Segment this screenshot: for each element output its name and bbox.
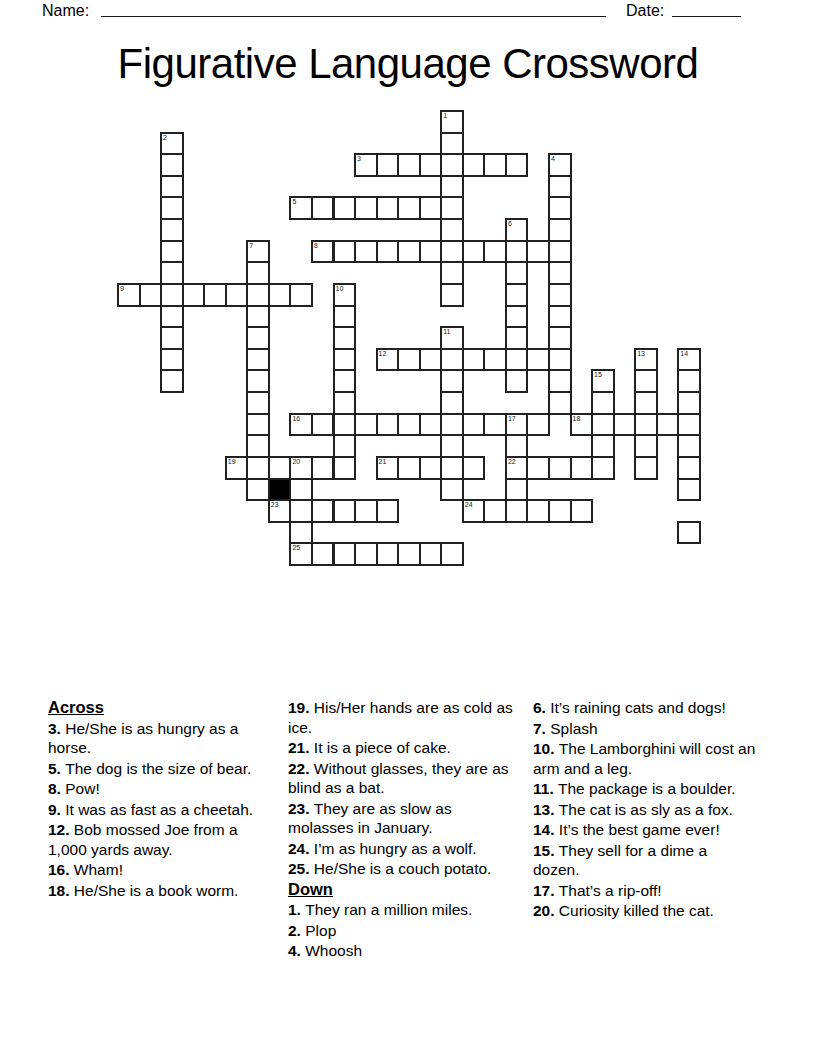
grid-cell[interactable]: 10 [333, 283, 357, 307]
grid-cell[interactable]: 22 [505, 456, 529, 480]
grid-cell[interactable]: 14 [677, 348, 701, 372]
clue-item: 23. They are as slow as molasses in Janu… [288, 799, 513, 838]
grid-cell[interactable] [548, 218, 572, 242]
grid-cell[interactable] [333, 542, 357, 566]
grid-cell[interactable] [548, 261, 572, 285]
grid-cell[interactable] [182, 283, 206, 307]
grid-cell[interactable]: 4 [548, 153, 572, 177]
grid-cell[interactable] [333, 413, 357, 437]
cell-number: 17 [508, 415, 516, 423]
grid-cell[interactable] [160, 283, 184, 307]
grid-cell[interactable] [440, 175, 464, 199]
grid-cell[interactable] [289, 499, 313, 523]
grid-cell[interactable] [483, 240, 507, 264]
clue-number: 21. [288, 739, 314, 756]
clue-number: 6. [533, 699, 550, 716]
grid-cell[interactable] [333, 196, 357, 220]
grid-cell[interactable] [483, 153, 507, 177]
clue-text: Plop [305, 922, 336, 939]
grid-cell[interactable] [526, 348, 550, 372]
grid-cell[interactable] [440, 542, 464, 566]
grid-cell[interactable] [440, 478, 464, 502]
grid-cell[interactable] [311, 413, 335, 437]
clue-number: 24. [288, 840, 314, 857]
cell-number: 1 [443, 112, 447, 120]
grid-cell[interactable] [246, 391, 270, 415]
grid-cell[interactable] [634, 391, 658, 415]
grid-cell[interactable] [246, 283, 270, 307]
cell-number: 10 [336, 285, 344, 293]
clue-text: He/She is a couch potato. [314, 860, 492, 877]
grid-cell[interactable] [613, 413, 637, 437]
grid-cell[interactable] [333, 305, 357, 329]
grid-cell[interactable] [419, 196, 443, 220]
clue-number: 4. [288, 942, 305, 959]
black-cell [268, 478, 292, 502]
grid-cell[interactable]: 13 [634, 348, 658, 372]
clue-heading-down: Down [288, 880, 513, 900]
cell-number: 16 [292, 415, 300, 423]
grid-cell[interactable] [397, 348, 421, 372]
grid-cell[interactable]: 21 [376, 456, 400, 480]
grid-cell[interactable] [354, 413, 378, 437]
clue-text: They ran a million miles. [305, 901, 472, 918]
grid-cell[interactable] [354, 240, 378, 264]
clue-text: The dog is the size of bear. [65, 760, 251, 777]
grid-cell[interactable] [311, 456, 335, 480]
clue-item: 17. That’s a rip-off! [533, 881, 757, 901]
name-label: Name: [42, 1, 89, 20]
page-title: Figurative Language Crossword [0, 40, 816, 88]
clue-number: 20. [533, 902, 559, 919]
grid-cell[interactable] [419, 153, 443, 177]
cell-number: 7 [249, 242, 253, 250]
cell-number: 2 [163, 134, 167, 142]
grid-cell[interactable] [526, 499, 550, 523]
grid-cell[interactable] [591, 391, 615, 415]
grid-cell[interactable] [548, 305, 572, 329]
clue-column-2: 19. His/Her hands are as cold as ice.21.… [288, 698, 513, 962]
grid-cell[interactable] [440, 456, 464, 480]
clue-text: Curiosity killed the cat. [559, 902, 714, 919]
grid-cell[interactable] [419, 240, 443, 264]
grid-cell[interactable] [483, 499, 507, 523]
grid-cell[interactable] [246, 434, 270, 458]
grid-cell[interactable] [505, 478, 529, 502]
clue-number: 25. [288, 860, 314, 877]
grid-cell[interactable] [376, 413, 400, 437]
grid-cell[interactable] [246, 369, 270, 393]
grid-cell[interactable] [677, 413, 701, 437]
clue-item: 9. It was as fast as a cheetah. [48, 800, 263, 820]
grid-cell[interactable] [548, 369, 572, 393]
grid-cell[interactable]: 17 [505, 413, 529, 437]
clue-number: 2. [288, 922, 305, 939]
clue-item: 1. They ran a million miles. [288, 900, 513, 920]
grid-cell[interactable] [397, 542, 421, 566]
grid-cell[interactable] [333, 348, 357, 372]
grid-cell[interactable]: 12 [376, 348, 400, 372]
clue-number: 11. [533, 780, 558, 797]
grid-cell[interactable] [160, 261, 184, 285]
grid-cell[interactable] [268, 283, 292, 307]
grid-cell[interactable] [462, 413, 486, 437]
grid-cell[interactable] [526, 456, 550, 480]
cell-number: 21 [379, 458, 387, 466]
clue-item: 20. Curiosity killed the cat. [533, 901, 757, 921]
grid-cell[interactable]: 5 [289, 196, 313, 220]
grid-cell[interactable] [160, 326, 184, 350]
clue-item: 15. They sell for a dime a dozen. [533, 841, 757, 880]
grid-cell[interactable] [440, 261, 464, 285]
clue-number: 16. [48, 861, 74, 878]
clue-text: Splash [550, 720, 597, 737]
grid-cell[interactable]: 7 [246, 240, 270, 264]
grid-cell[interactable] [440, 283, 464, 307]
grid-cell[interactable] [160, 369, 184, 393]
grid-cell[interactable] [354, 196, 378, 220]
grid-cell[interactable] [440, 132, 464, 156]
grid-cell[interactable] [548, 196, 572, 220]
grid-cell[interactable]: 19 [225, 456, 249, 480]
clue-item: 11. The package is a boulder. [533, 779, 757, 799]
grid-cell[interactable] [246, 261, 270, 285]
grid-cell[interactable]: 25 [289, 542, 313, 566]
clue-number: 14. [533, 821, 559, 838]
grid-cell[interactable] [591, 413, 615, 437]
clue-item: 22. Without glasses, they are as blind a… [288, 759, 513, 798]
grid-cell[interactable] [634, 369, 658, 393]
grid-cell[interactable] [526, 413, 550, 437]
cell-number: 6 [508, 220, 512, 228]
clue-text: The cat is as sly as a fox. [559, 801, 733, 818]
clue-number: 5. [48, 760, 65, 777]
clue-text: He/She is a book worm. [74, 882, 239, 899]
cell-number: 20 [292, 458, 300, 466]
clue-text: Whoosh [305, 942, 362, 959]
clue-item: 7. Splash [533, 719, 757, 739]
grid-cell[interactable]: 20 [289, 456, 313, 480]
cell-number: 15 [594, 371, 602, 379]
clue-number: 7. [533, 720, 550, 737]
cell-number: 14 [680, 350, 688, 358]
grid-cell[interactable] [548, 348, 572, 372]
clue-text: They sell for a dime a dozen. [533, 842, 707, 879]
grid-cell[interactable] [483, 413, 507, 437]
grid-cell[interactable] [268, 456, 292, 480]
clue-text: It’s the best game ever! [559, 821, 720, 838]
grid-cell[interactable] [246, 348, 270, 372]
grid-cell[interactable] [505, 261, 529, 285]
clue-number: 8. [48, 780, 65, 797]
clue-item: 18. He/She is a book worm. [48, 881, 263, 901]
clue-number: 9. [48, 801, 65, 818]
clue-number: 17. [533, 882, 559, 899]
clue-number: 15. [533, 842, 559, 859]
grid-cell[interactable] [677, 456, 701, 480]
clue-item: 25. He/She is a couch potato. [288, 859, 513, 879]
grid-cell[interactable] [289, 283, 313, 307]
clue-text: He/She is as hungry as a horse. [48, 720, 238, 757]
grid-cell[interactable] [634, 456, 658, 480]
cell-number: 3 [357, 155, 361, 163]
cell-number: 18 [573, 415, 581, 423]
grid-cell[interactable]: 23 [268, 499, 292, 523]
cell-number: 12 [379, 350, 387, 358]
grid-cell[interactable] [419, 456, 443, 480]
grid-cell[interactable] [203, 283, 227, 307]
date-blank-line[interactable] [672, 16, 741, 17]
grid-cell[interactable] [440, 434, 464, 458]
grid-cell[interactable] [246, 305, 270, 329]
grid-cell[interactable] [483, 348, 507, 372]
grid-cell[interactable] [440, 196, 464, 220]
grid-cell[interactable] [160, 218, 184, 242]
grid-cell[interactable] [311, 499, 335, 523]
clue-number: 1. [288, 901, 305, 918]
clue-number: 18. [48, 882, 74, 899]
grid-cell[interactable] [505, 499, 529, 523]
grid-cell[interactable] [548, 240, 572, 264]
grid-cell[interactable] [505, 153, 529, 177]
grid-cell[interactable] [333, 391, 357, 415]
cell-number: 5 [292, 198, 296, 206]
clue-number: 22. [288, 760, 314, 777]
grid-cell[interactable] [440, 391, 464, 415]
grid-cell[interactable] [311, 542, 335, 566]
grid-cell[interactable] [570, 499, 594, 523]
grid-cell[interactable] [440, 240, 464, 264]
clue-text: I’m as hungry as a wolf. [314, 840, 477, 857]
clue-number: 12. [48, 821, 74, 838]
date-label: Date: [626, 1, 664, 20]
grid-cell[interactable] [548, 391, 572, 415]
clue-item: 8. Pow! [48, 779, 263, 799]
grid-cell[interactable] [225, 283, 249, 307]
clue-text: Without glasses, they are as blind as a … [288, 760, 509, 797]
clue-item: 19. His/Her hands are as cold as ice. [288, 698, 513, 737]
grid-cell[interactable] [354, 542, 378, 566]
grid-cell[interactable] [376, 499, 400, 523]
worksheet-page: Name: Date: Figurative Language Crosswor… [0, 0, 816, 1056]
clue-number: 23. [288, 800, 314, 817]
cell-number: 25 [292, 544, 300, 552]
grid-cell[interactable]: 16 [289, 413, 313, 437]
cell-number: 22 [508, 458, 516, 466]
clue-item: 21. It is a piece of cake. [288, 738, 513, 758]
cell-number: 13 [637, 350, 645, 358]
grid-cell[interactable] [419, 348, 443, 372]
grid-cell[interactable] [526, 240, 550, 264]
grid-cell[interactable] [139, 283, 163, 307]
grid-cell[interactable] [376, 542, 400, 566]
clue-number: 3. [48, 720, 65, 737]
grid-cell[interactable] [419, 413, 443, 437]
grid-cell[interactable] [376, 153, 400, 177]
clue-number: 19. [288, 699, 314, 716]
clue-text: The package is a boulder. [558, 780, 736, 797]
grid-cell[interactable] [440, 413, 464, 437]
grid-cell[interactable] [505, 434, 529, 458]
clue-text: Bob mossed Joe from a 1,000 yards away. [48, 821, 238, 858]
grid-cell[interactable] [505, 369, 529, 393]
grid-cell[interactable] [397, 413, 421, 437]
grid-cell[interactable]: 2 [160, 132, 184, 156]
clue-item: 12. Bob mossed Joe from a 1,000 yards aw… [48, 820, 263, 859]
grid-cell[interactable] [591, 434, 615, 458]
grid-cell[interactable]: 1 [440, 110, 464, 134]
clue-column-1: Across3. He/She is as hungry as a horse.… [48, 698, 263, 901]
grid-cell[interactable] [246, 413, 270, 437]
grid-cell[interactable] [333, 456, 357, 480]
cell-number: 4 [551, 155, 555, 163]
grid-cell[interactable]: 3 [354, 153, 378, 177]
grid-cell[interactable] [333, 369, 357, 393]
grid-cell[interactable] [505, 348, 529, 372]
grid-cell[interactable] [354, 499, 378, 523]
clue-text: That’s a rip-off! [559, 882, 662, 899]
grid-cell[interactable] [656, 413, 680, 437]
grid-cell[interactable] [634, 413, 658, 437]
grid-cell[interactable] [591, 456, 615, 480]
grid-cell[interactable] [311, 196, 335, 220]
grid-cell[interactable] [505, 305, 529, 329]
clue-item: 14. It’s the best game ever! [533, 820, 757, 840]
grid-cell[interactable] [440, 153, 464, 177]
grid-cell[interactable] [333, 499, 357, 523]
grid-cell[interactable] [397, 240, 421, 264]
grid-cell[interactable] [333, 434, 357, 458]
grid-cell[interactable] [462, 240, 486, 264]
grid-cell[interactable] [505, 240, 529, 264]
grid-cell[interactable] [160, 196, 184, 220]
grid-cell[interactable]: 11 [440, 326, 464, 350]
grid-cell[interactable] [570, 456, 594, 480]
grid-cell[interactable] [397, 456, 421, 480]
grid-cell[interactable] [548, 326, 572, 350]
grid-cell[interactable] [462, 456, 486, 480]
grid-cell[interactable] [160, 175, 184, 199]
grid-cell[interactable]: 6 [505, 218, 529, 242]
grid-cell[interactable] [440, 348, 464, 372]
grid-cell[interactable] [548, 283, 572, 307]
cell-number: 19 [228, 458, 236, 466]
grid-cell[interactable] [505, 326, 529, 350]
cell-number: 8 [314, 242, 318, 250]
grid-cell[interactable]: 9 [117, 283, 141, 307]
grid-cell[interactable] [548, 499, 572, 523]
grid-cell[interactable] [419, 542, 443, 566]
grid-cell[interactable] [677, 391, 701, 415]
grid-cell[interactable] [333, 240, 357, 264]
clue-text: Pow! [65, 780, 99, 797]
grid-cell[interactable] [289, 521, 313, 545]
grid-cell[interactable] [677, 478, 701, 502]
name-blank-line[interactable] [101, 16, 606, 17]
grid-cell[interactable] [160, 305, 184, 329]
grid-cell[interactable] [160, 240, 184, 264]
clue-item: 16. Wham! [48, 860, 263, 880]
clue-item: 2. Plop [288, 921, 513, 941]
grid-cell[interactable] [548, 456, 572, 480]
grid-cell[interactable] [548, 175, 572, 199]
grid-cell[interactable] [246, 326, 270, 350]
clue-heading-across: Across [48, 698, 263, 718]
cell-number: 11 [443, 328, 450, 336]
clue-number: 13. [533, 801, 559, 818]
cell-number: 24 [465, 501, 473, 509]
grid-cell[interactable] [397, 153, 421, 177]
clue-item: 13. The cat is as sly as a fox. [533, 800, 757, 820]
grid-cell[interactable] [677, 434, 701, 458]
grid-cell[interactable]: 8 [311, 240, 335, 264]
clue-item: 6. It’s raining cats and dogs! [533, 698, 757, 718]
clue-item: 10. The Lamborghini will cost an arm and… [533, 739, 757, 778]
clue-text: It’s raining cats and dogs! [550, 699, 726, 716]
grid-cell[interactable] [289, 478, 313, 502]
clue-column-3: 6. It’s raining cats and dogs!7. Splash1… [533, 698, 757, 922]
grid-cell[interactable] [462, 348, 486, 372]
grid-cell[interactable] [376, 196, 400, 220]
clue-text: It was as fast as a cheetah. [65, 801, 253, 818]
clue-text: Wham! [74, 861, 123, 878]
grid-cell[interactable] [677, 521, 701, 545]
clue-item: 24. I’m as hungry as a wolf. [288, 839, 513, 859]
clue-item: 4. Whoosh [288, 941, 513, 961]
grid-cell[interactable] [677, 369, 701, 393]
cell-number: 23 [271, 501, 279, 509]
grid-cell[interactable] [160, 348, 184, 372]
grid-cell[interactable]: 18 [570, 413, 594, 437]
grid-cell[interactable] [246, 478, 270, 502]
grid-cell[interactable] [634, 434, 658, 458]
grid-cell[interactable] [333, 326, 357, 350]
clue-item: 5. The dog is the size of bear. [48, 759, 263, 779]
grid-cell[interactable]: 15 [591, 369, 615, 393]
grid-cell[interactable] [397, 196, 421, 220]
grid-cell[interactable] [440, 218, 464, 242]
grid-cell[interactable] [160, 153, 184, 177]
grid-cell[interactable] [462, 153, 486, 177]
grid-cell[interactable] [505, 283, 529, 307]
cell-number: 9 [120, 285, 124, 293]
grid-cell[interactable] [376, 240, 400, 264]
clue-text: His/Her hands are as cold as ice. [288, 699, 513, 736]
clue-text: It is a piece of cake. [314, 739, 451, 756]
grid-cell[interactable] [246, 456, 270, 480]
grid-cell[interactable] [440, 369, 464, 393]
clue-text: The Lamborghini will cost an arm and a l… [533, 740, 755, 777]
clue-item: 3. He/She is as hungry as a horse. [48, 719, 263, 758]
grid-cell[interactable]: 24 [462, 499, 486, 523]
clue-number: 10. [533, 740, 559, 757]
